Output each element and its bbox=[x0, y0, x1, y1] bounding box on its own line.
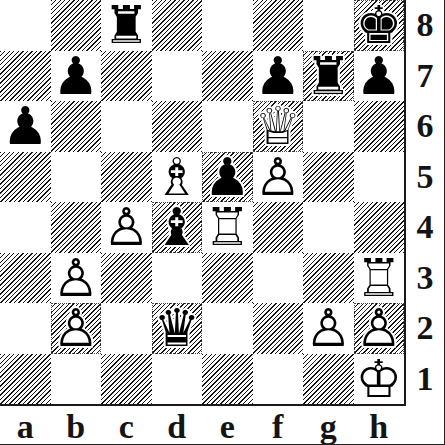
file-label-a: a bbox=[0, 406, 51, 445]
square-b8 bbox=[51, 0, 102, 51]
white-queen: ♛♕ bbox=[253, 101, 304, 152]
black-queen: ♛♛ bbox=[152, 303, 203, 354]
square-d5: ♝♗ bbox=[152, 152, 203, 203]
square-e3 bbox=[202, 253, 253, 304]
square-f4 bbox=[253, 202, 304, 253]
piece-glyph: ♜ bbox=[101, 0, 152, 51]
white-pawn: ♟♙ bbox=[101, 202, 152, 253]
piece-glyph: ♙ bbox=[354, 303, 405, 354]
rank-label-1: 1 bbox=[406, 354, 444, 405]
piece-glyph: ♙ bbox=[101, 202, 152, 253]
square-f8 bbox=[253, 0, 304, 51]
square-h7: ♟♟ bbox=[354, 51, 405, 102]
file-label-h: h bbox=[354, 406, 405, 445]
square-b5 bbox=[51, 152, 102, 203]
square-e8 bbox=[202, 0, 253, 51]
square-g4 bbox=[303, 202, 354, 253]
piece-glyph: ♙ bbox=[51, 303, 102, 354]
square-e7 bbox=[202, 51, 253, 102]
piece-glyph: ♟ bbox=[0, 101, 51, 152]
piece-glyph: ♝ bbox=[152, 202, 203, 253]
black-bishop: ♝♝ bbox=[152, 202, 203, 253]
square-e5: ♟♟ bbox=[202, 152, 253, 203]
piece-glyph: ♜ bbox=[303, 51, 354, 102]
square-d2: ♛♛ bbox=[152, 303, 203, 354]
rank-label-7: 7 bbox=[406, 51, 444, 102]
square-a8 bbox=[0, 0, 51, 51]
square-g1 bbox=[303, 354, 354, 405]
file-labels: abcdefgh bbox=[0, 406, 404, 444]
square-d4: ♝♝ bbox=[152, 202, 203, 253]
square-g3 bbox=[303, 253, 354, 304]
square-a3 bbox=[0, 253, 51, 304]
chess-board: ♜♜♚♚♟♟♟♟♜♜♟♟♟♟♛♕♝♗♟♟♟♙♟♙♝♝♜♖♟♙♜♖♟♙♛♛♟♙♟♙… bbox=[0, 0, 404, 404]
square-g5 bbox=[303, 152, 354, 203]
square-a4 bbox=[0, 202, 51, 253]
square-c3 bbox=[101, 253, 152, 304]
square-a5 bbox=[0, 152, 51, 203]
piece-glyph: ♟ bbox=[51, 51, 102, 102]
square-d3 bbox=[152, 253, 203, 304]
square-e4: ♜♖ bbox=[202, 202, 253, 253]
square-d6 bbox=[152, 101, 203, 152]
file-label-b: b bbox=[51, 406, 102, 445]
square-g6 bbox=[303, 101, 354, 152]
rank-label-3: 3 bbox=[406, 253, 444, 304]
file-label-c: c bbox=[101, 406, 152, 445]
piece-glyph: ♟ bbox=[202, 152, 253, 203]
piece-glyph: ♟ bbox=[354, 51, 405, 102]
square-b6 bbox=[51, 101, 102, 152]
square-e1 bbox=[202, 354, 253, 405]
white-rook: ♜♖ bbox=[354, 253, 405, 304]
piece-glyph: ♚ bbox=[354, 0, 405, 51]
chess-diagram: ♜♜♚♚♟♟♟♟♜♜♟♟♟♟♛♕♝♗♟♟♟♙♟♙♝♝♜♖♟♙♜♖♟♙♛♛♟♙♟♙… bbox=[0, 0, 445, 445]
square-h8: ♚♚ bbox=[354, 0, 405, 51]
square-e6 bbox=[202, 101, 253, 152]
square-d7 bbox=[152, 51, 203, 102]
piece-glyph: ♙ bbox=[303, 303, 354, 354]
square-h4 bbox=[354, 202, 405, 253]
black-pawn: ♟♟ bbox=[51, 51, 102, 102]
piece-glyph: ♕ bbox=[253, 101, 304, 152]
black-rook: ♜♜ bbox=[303, 51, 354, 102]
piece-glyph: ♟ bbox=[253, 51, 304, 102]
square-a6: ♟♟ bbox=[0, 101, 51, 152]
square-b2: ♟♙ bbox=[51, 303, 102, 354]
piece-glyph: ♖ bbox=[202, 202, 253, 253]
square-b3: ♟♙ bbox=[51, 253, 102, 304]
piece-glyph: ♖ bbox=[354, 253, 405, 304]
square-f3 bbox=[253, 253, 304, 304]
rank-label-2: 2 bbox=[406, 303, 444, 354]
square-g7: ♜♜ bbox=[303, 51, 354, 102]
white-rook: ♜♖ bbox=[202, 202, 253, 253]
file-label-f: f bbox=[253, 406, 304, 445]
black-pawn: ♟♟ bbox=[253, 51, 304, 102]
square-c6 bbox=[101, 101, 152, 152]
square-c7 bbox=[101, 51, 152, 102]
square-b7: ♟♟ bbox=[51, 51, 102, 102]
file-label-d: d bbox=[152, 406, 203, 445]
square-c4: ♟♙ bbox=[101, 202, 152, 253]
white-pawn: ♟♙ bbox=[303, 303, 354, 354]
rank-labels: 87654321 bbox=[406, 0, 444, 404]
piece-glyph: ♗ bbox=[152, 152, 203, 203]
square-f2 bbox=[253, 303, 304, 354]
rank-label-8: 8 bbox=[406, 0, 444, 51]
square-g8 bbox=[303, 0, 354, 51]
rank-label-4: 4 bbox=[406, 202, 444, 253]
square-a1 bbox=[0, 354, 51, 405]
piece-glyph: ♛ bbox=[152, 303, 203, 354]
rank-label-5: 5 bbox=[406, 152, 444, 203]
piece-glyph: ♔ bbox=[354, 354, 405, 405]
square-f5: ♟♙ bbox=[253, 152, 304, 203]
square-b4 bbox=[51, 202, 102, 253]
square-c1 bbox=[101, 354, 152, 405]
white-king: ♚♔ bbox=[354, 354, 405, 405]
black-pawn: ♟♟ bbox=[0, 101, 51, 152]
file-label-g: g bbox=[303, 406, 354, 445]
white-pawn: ♟♙ bbox=[51, 303, 102, 354]
piece-glyph: ♙ bbox=[51, 253, 102, 304]
square-c5 bbox=[101, 152, 152, 203]
black-king: ♚♚ bbox=[354, 0, 405, 51]
black-rook: ♜♜ bbox=[101, 0, 152, 51]
square-g2: ♟♙ bbox=[303, 303, 354, 354]
file-label-e: e bbox=[202, 406, 253, 445]
square-h6 bbox=[354, 101, 405, 152]
square-f6: ♛♕ bbox=[253, 101, 304, 152]
square-b1 bbox=[51, 354, 102, 405]
white-bishop: ♝♗ bbox=[152, 152, 203, 203]
square-h5 bbox=[354, 152, 405, 203]
square-c2 bbox=[101, 303, 152, 354]
square-h2: ♟♙ bbox=[354, 303, 405, 354]
square-d8 bbox=[152, 0, 203, 51]
piece-glyph: ♙ bbox=[253, 152, 304, 203]
black-pawn: ♟♟ bbox=[202, 152, 253, 203]
white-pawn: ♟♙ bbox=[354, 303, 405, 354]
square-h3: ♜♖ bbox=[354, 253, 405, 304]
white-pawn: ♟♙ bbox=[253, 152, 304, 203]
square-e2 bbox=[202, 303, 253, 354]
rank-label-6: 6 bbox=[406, 101, 444, 152]
square-d1 bbox=[152, 354, 203, 405]
black-pawn: ♟♟ bbox=[354, 51, 405, 102]
square-h1: ♚♔ bbox=[354, 354, 405, 405]
square-c8: ♜♜ bbox=[101, 0, 152, 51]
square-a7 bbox=[0, 51, 51, 102]
white-pawn: ♟♙ bbox=[51, 253, 102, 304]
square-f1 bbox=[253, 354, 304, 405]
chess-board-frame: ♜♜♚♚♟♟♟♟♜♜♟♟♟♟♛♕♝♗♟♟♟♙♟♙♝♝♜♖♟♙♜♖♟♙♛♛♟♙♟♙… bbox=[0, 0, 406, 406]
square-f7: ♟♟ bbox=[253, 51, 304, 102]
square-a2 bbox=[0, 303, 51, 354]
